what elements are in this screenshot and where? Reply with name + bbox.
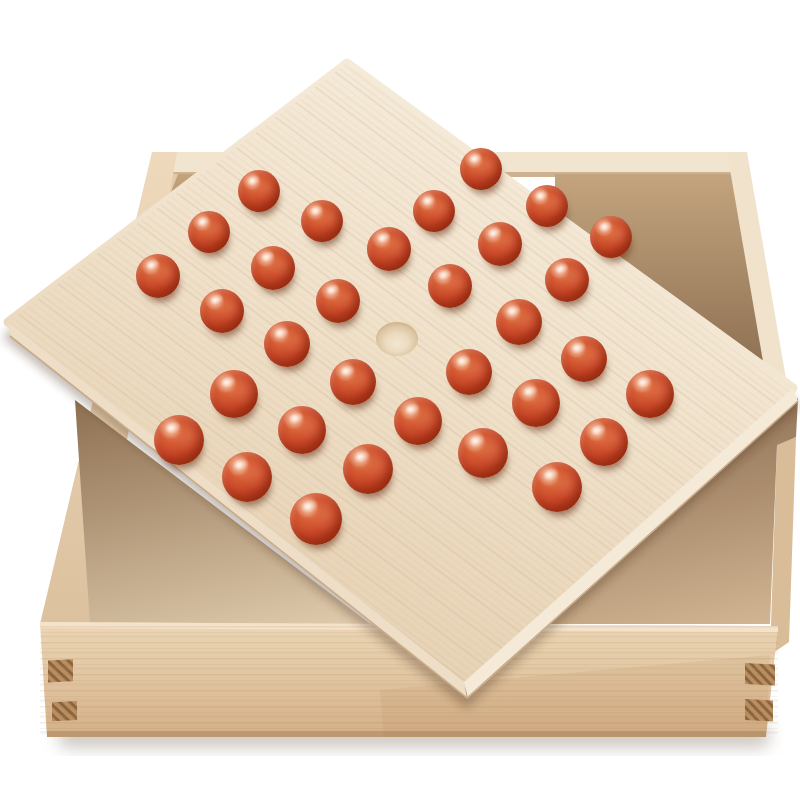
marble-b5[interactable] bbox=[200, 289, 244, 333]
marble-d6[interactable] bbox=[278, 406, 326, 454]
marble-e1[interactable] bbox=[590, 216, 632, 258]
marble-e6[interactable] bbox=[343, 444, 393, 494]
marble-f3[interactable] bbox=[561, 336, 607, 382]
marble-f5[interactable] bbox=[458, 428, 508, 478]
marble-e3[interactable] bbox=[496, 299, 542, 345]
marble-c6[interactable] bbox=[210, 370, 258, 418]
marble-d1[interactable] bbox=[526, 185, 568, 227]
marble-e4[interactable] bbox=[446, 349, 492, 395]
marble-c5[interactable] bbox=[264, 321, 310, 367]
marble-a3[interactable] bbox=[238, 170, 280, 212]
marble-g4[interactable] bbox=[580, 418, 628, 466]
product-photo-scene bbox=[0, 0, 800, 800]
marble-g3[interactable] bbox=[626, 370, 674, 418]
marble-a5[interactable] bbox=[136, 254, 180, 298]
marble-c1[interactable] bbox=[460, 148, 502, 190]
marble-g5[interactable] bbox=[532, 462, 582, 512]
marble-a4[interactable] bbox=[188, 211, 230, 253]
marble-c2[interactable] bbox=[413, 190, 455, 232]
marble-d2[interactable] bbox=[478, 222, 522, 266]
marble-d3[interactable] bbox=[428, 264, 472, 308]
empty-center-hole[interactable] bbox=[376, 322, 418, 356]
box-and-board-graphic bbox=[0, 0, 800, 800]
marble-c4[interactable] bbox=[316, 279, 360, 323]
marble-e5[interactable] bbox=[394, 397, 442, 445]
marble-e7[interactable] bbox=[290, 493, 342, 545]
marble-c7[interactable] bbox=[154, 415, 204, 465]
marble-d7[interactable] bbox=[222, 452, 272, 502]
marble-b3[interactable] bbox=[301, 200, 343, 242]
marble-f4[interactable] bbox=[512, 379, 560, 427]
marble-b4[interactable] bbox=[251, 246, 295, 290]
marble-e2[interactable] bbox=[545, 258, 589, 302]
marble-d5[interactable] bbox=[330, 359, 376, 405]
marble-c3[interactable] bbox=[367, 227, 411, 271]
